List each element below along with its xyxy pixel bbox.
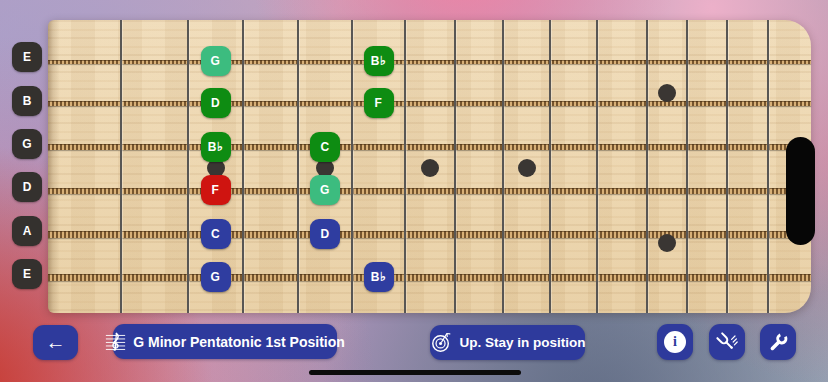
- note-chip-G-s4-f5[interactable]: G: [310, 175, 340, 205]
- treble-clef-staff-icon: [105, 331, 126, 353]
- fret-wire-14: [767, 20, 769, 313]
- target-icon: [430, 331, 453, 354]
- back-button[interactable]: ←: [33, 325, 78, 360]
- info-button[interactable]: i: [657, 324, 693, 360]
- note-chip-Bb-s3-f3[interactable]: B♭: [201, 132, 231, 162]
- fret-wire-2: [187, 20, 189, 313]
- note-chip-G-s6-f3[interactable]: G: [201, 262, 231, 292]
- string-button-6-E[interactable]: E: [12, 259, 42, 289]
- inlay-dot-fret-12-top: [658, 84, 676, 102]
- fret-wire-10: [596, 20, 598, 313]
- string-button-2-B[interactable]: B: [12, 86, 42, 116]
- fret-wire-6: [404, 20, 406, 313]
- guitar-string-5: [48, 231, 811, 238]
- fret-wire-3: [242, 20, 244, 313]
- fret-wire-11: [646, 20, 648, 313]
- fret-wire-4: [297, 20, 299, 313]
- note-chip-F-s4-f3[interactable]: F: [201, 175, 231, 205]
- string-button-1-E[interactable]: E: [12, 42, 42, 72]
- info-icon: i: [664, 331, 686, 353]
- tuner-button[interactable]: [709, 324, 745, 360]
- guitar-string-4: [48, 188, 811, 194]
- guitar-string-2: [48, 101, 811, 106]
- note-chip-Bb-s1-f6[interactable]: B♭: [364, 46, 394, 76]
- direction-button-label: Up. Stay in position: [460, 335, 586, 350]
- fret-wire-1: [120, 20, 122, 313]
- scale-button-label: G Minor Pentatonic 1st Position: [133, 334, 345, 350]
- arrow-left-icon: ←: [46, 331, 66, 354]
- fret-wire-7: [454, 20, 456, 313]
- tuning-fork-icon: [715, 330, 739, 354]
- fret-wire-13: [726, 20, 728, 313]
- note-chip-F-s2-f6[interactable]: F: [364, 88, 394, 118]
- scale-select-button[interactable]: G Minor Pentatonic 1st Position: [113, 324, 337, 359]
- fret-wire-8: [502, 20, 504, 313]
- inlay-dot-fret-12-bottom: [658, 234, 676, 252]
- string-button-4-D[interactable]: D: [12, 172, 42, 202]
- home-indicator[interactable]: [309, 370, 521, 375]
- note-chip-C-s5-f3[interactable]: C: [201, 219, 231, 249]
- app-screen: GB♭DFB♭CFGCDGB♭ EBGDAE ← G Minor Pentato…: [0, 0, 828, 382]
- inlay-dot-fret-9: [518, 159, 536, 177]
- note-chip-D-s2-f3[interactable]: D: [201, 88, 231, 118]
- inlay-dot-fret-7: [421, 159, 439, 177]
- fretboard-scroll-handle[interactable]: [786, 137, 815, 245]
- string-button-5-A[interactable]: A: [12, 216, 42, 246]
- note-chip-C-s3-f5[interactable]: C: [310, 132, 340, 162]
- fret-wire-9: [549, 20, 551, 313]
- fret-wire-12: [686, 20, 688, 313]
- fretboard: GB♭DFB♭CFGCDGB♭: [48, 20, 811, 313]
- settings-button[interactable]: [760, 324, 796, 360]
- note-chip-G-s1-f3[interactable]: G: [201, 46, 231, 76]
- guitar-string-3: [48, 144, 811, 150]
- guitar-string-1: [48, 60, 811, 64]
- fret-wire-5: [351, 20, 353, 313]
- direction-mode-button[interactable]: Up. Stay in position: [430, 325, 585, 360]
- guitar-string-6: [48, 274, 811, 281]
- note-chip-D-s5-f5[interactable]: D: [310, 219, 340, 249]
- wrench-icon: [766, 330, 790, 354]
- note-chip-Bb-s6-f6[interactable]: B♭: [364, 262, 394, 292]
- string-button-3-G[interactable]: G: [12, 129, 42, 159]
